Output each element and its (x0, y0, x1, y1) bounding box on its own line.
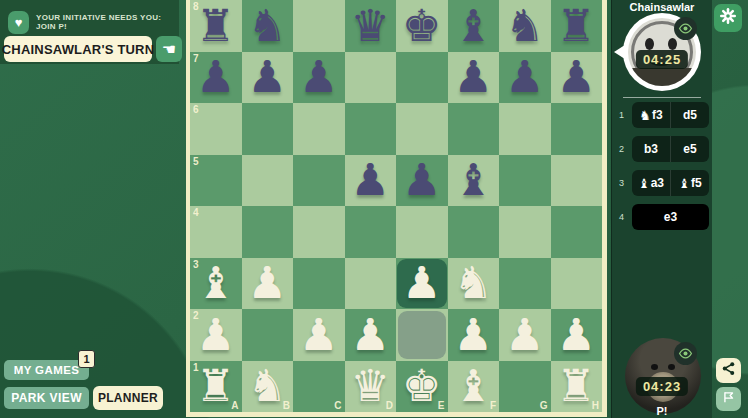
square-b7[interactable]: ♟ (242, 52, 294, 104)
square-h2[interactable]: ♟ (551, 309, 603, 361)
move-piece-icon: ♝ (638, 176, 650, 191)
black-pawn-piece: ♟ (248, 55, 287, 99)
move-list: 1♞f3d52b3e53♝a3♝f54e3 (619, 102, 709, 238)
move-black[interactable]: e5 (670, 136, 709, 162)
rank-label: 4 (193, 207, 199, 218)
share-icon (721, 361, 736, 380)
chess-board: 8♜♞♛♚♝♞♜7♟♟♟♟♟♟65♟♟♝43♝♟♟♞2♟♟♟♟♟♟1A♜B♞CD… (190, 0, 602, 412)
game-sidebar: Chainsawlar 04:25 1♞f3d52b3e53♝a3♝f54e3 (611, 0, 712, 418)
square-d5[interactable]: ♟ (345, 155, 397, 207)
black-bishop-piece: ♝ (454, 158, 493, 202)
black-pawn-piece: ♟ (402, 158, 441, 202)
settings-button[interactable] (714, 4, 742, 32)
square-b8[interactable]: ♞ (242, 0, 294, 52)
report-flag-button[interactable] (716, 387, 741, 411)
square-e8[interactable]: ♚ (396, 0, 448, 52)
bubble-tail (614, 43, 628, 61)
square-f5[interactable]: ♝ (448, 155, 500, 207)
white-knight-piece: ♞ (454, 261, 493, 305)
gear-icon (719, 7, 737, 29)
square-c4[interactable] (293, 206, 345, 258)
move-number: 3 (619, 178, 632, 188)
turn-indicator: CHAINSAWLAR'S TURN (4, 36, 152, 62)
move-white[interactable]: ♝a3 (632, 170, 670, 196)
pointing-hand-icon[interactable]: ☚ (156, 36, 182, 62)
square-c3[interactable] (293, 258, 345, 310)
move-box: b3e5 (632, 136, 709, 162)
move-black[interactable]: ♝f5 (670, 170, 709, 196)
black-pawn-piece: ♟ (505, 55, 544, 99)
white-pawn-piece: ♟ (196, 313, 235, 357)
white-rook-piece: ♜ (557, 364, 596, 408)
move-white[interactable]: ♞f3 (632, 102, 670, 128)
black-queen-piece: ♛ (351, 4, 390, 48)
square-f3[interactable]: ♞ (448, 258, 500, 310)
square-c6[interactable] (293, 103, 345, 155)
rank-label: 5 (193, 156, 199, 167)
square-e2[interactable] (396, 309, 448, 361)
opponent-avatar[interactable]: 04:25 (612, 13, 712, 99)
rank-label: 6 (193, 104, 199, 115)
black-king-piece: ♚ (402, 4, 441, 48)
square-g7[interactable]: ♟ (499, 52, 551, 104)
file-label: G (540, 400, 548, 411)
square-c8[interactable] (293, 0, 345, 52)
black-pawn-piece: ♟ (557, 55, 596, 99)
square-g3[interactable] (499, 258, 551, 310)
black-knight-piece: ♞ (505, 4, 544, 48)
square-h3[interactable] (551, 258, 603, 310)
square-a5[interactable]: 5 (190, 155, 242, 207)
square-c1[interactable]: C (293, 361, 345, 413)
file-label: C (334, 400, 341, 411)
square-b5[interactable] (242, 155, 294, 207)
move-row-3: 3♝a3♝f5 (619, 170, 709, 196)
black-bishop-piece: ♝ (454, 4, 493, 48)
square-e3[interactable]: ♟ (396, 258, 448, 310)
current-move-box: e3 (632, 204, 709, 230)
square-b4[interactable] (242, 206, 294, 258)
move-row-1: 1♞f3d5 (619, 102, 709, 128)
opponent-name: Chainsawlar (612, 1, 712, 13)
white-bishop-piece: ♝ (454, 364, 493, 408)
square-b3[interactable]: ♟ (242, 258, 294, 310)
square-b1[interactable]: B♞ (242, 361, 294, 413)
square-e7[interactable] (396, 52, 448, 104)
square-f6[interactable] (448, 103, 500, 155)
watch-eye-icon[interactable] (674, 342, 697, 365)
square-h5[interactable] (551, 155, 603, 207)
white-pawn-piece: ♟ (402, 261, 441, 305)
flag-icon (722, 390, 736, 408)
square-a4[interactable]: 4 (190, 206, 242, 258)
move-piece-icon: ♞ (639, 108, 651, 123)
square-d4[interactable] (345, 206, 397, 258)
move-row-4: 4e3 (619, 204, 709, 230)
square-e6[interactable] (396, 103, 448, 155)
square-e5[interactable]: ♟ (396, 155, 448, 207)
square-d8[interactable]: ♛ (345, 0, 397, 52)
square-h6[interactable] (551, 103, 603, 155)
my-games-button[interactable]: MY GAMES (4, 360, 89, 380)
white-king-piece: ♚ (402, 364, 441, 408)
black-pawn-piece: ♟ (299, 55, 338, 99)
heart-icon[interactable]: ♥ (8, 11, 29, 34)
move-white[interactable]: b3 (632, 136, 670, 162)
white-pawn-piece: ♟ (505, 313, 544, 357)
square-a1[interactable]: 1A♜ (190, 361, 242, 413)
square-c2[interactable]: ♟ (293, 309, 345, 361)
white-queen-piece: ♛ (351, 364, 390, 408)
square-a7[interactable]: 7♟ (190, 52, 242, 104)
move-box: ♝a3♝f5 (632, 170, 709, 196)
my-games-badge: 1 (78, 350, 95, 368)
square-h1[interactable]: H♜ (551, 361, 603, 413)
chess-app: 8♜♞♛♚♝♞♜7♟♟♟♟♟♟65♟♟♝43♝♟♟♞2♟♟♟♟♟♟1A♜B♞CD… (0, 0, 748, 418)
square-d2[interactable]: ♟ (345, 309, 397, 361)
move-piece-icon: ♝ (678, 176, 690, 191)
white-rook-piece: ♜ (196, 364, 235, 408)
square-d1[interactable]: D♛ (345, 361, 397, 413)
square-b2[interactable] (242, 309, 294, 361)
square-d3[interactable] (345, 258, 397, 310)
move-white[interactable]: e3 (632, 204, 709, 230)
black-rook-piece: ♜ (196, 4, 235, 48)
square-g6[interactable] (499, 103, 551, 155)
square-d7[interactable] (345, 52, 397, 104)
board-frame: 8♜♞♛♚♝♞♜7♟♟♟♟♟♟65♟♟♝43♝♟♟♞2♟♟♟♟♟♟1A♜B♞CD… (186, 0, 607, 417)
square-e1[interactable]: E♚ (396, 361, 448, 413)
banner-text: YOUR INITIATIVE NEEDS YOU: JOIN P! (36, 13, 176, 31)
white-pawn-piece: ♟ (248, 261, 287, 305)
sidebar-divider (623, 97, 701, 98)
square-f1[interactable]: F♝ (448, 361, 500, 413)
square-a3[interactable]: 3♝ (190, 258, 242, 310)
square-f7[interactable]: ♟ (448, 52, 500, 104)
square-h4[interactable] (551, 206, 603, 258)
black-pawn-piece: ♟ (196, 55, 235, 99)
black-rook-piece: ♜ (557, 4, 596, 48)
square-c5[interactable] (293, 155, 345, 207)
park-view-button[interactable]: PARK VIEW (4, 387, 89, 409)
square-a8[interactable]: 8♜ (190, 0, 242, 52)
white-pawn-piece: ♟ (299, 313, 338, 357)
square-g4[interactable] (499, 206, 551, 258)
square-c7[interactable]: ♟ (293, 52, 345, 104)
opponent-clock: 04:25 (636, 50, 688, 69)
square-f2[interactable]: ♟ (448, 309, 500, 361)
square-d6[interactable] (345, 103, 397, 155)
square-g8[interactable]: ♞ (499, 0, 551, 52)
move-number: 2 (619, 144, 632, 154)
white-pawn-piece: ♟ (351, 313, 390, 357)
square-f4[interactable] (448, 206, 500, 258)
player-clock: 04:23 (636, 377, 688, 396)
square-a6[interactable]: 6 (190, 103, 242, 155)
move-row-2: 2b3e5 (619, 136, 709, 162)
square-h7[interactable]: ♟ (551, 52, 603, 104)
last-move-from-highlight (398, 311, 446, 359)
planner-button[interactable]: PLANNER (93, 386, 163, 410)
square-e4[interactable] (396, 206, 448, 258)
square-h8[interactable]: ♜ (551, 0, 603, 52)
white-bishop-piece: ♝ (196, 261, 235, 305)
move-number: 4 (619, 212, 632, 222)
square-f8[interactable]: ♝ (448, 0, 500, 52)
white-pawn-piece: ♟ (557, 313, 596, 357)
white-knight-piece: ♞ (248, 364, 287, 408)
square-g5[interactable] (499, 155, 551, 207)
white-pawn-piece: ♟ (454, 313, 493, 357)
black-knight-piece: ♞ (248, 4, 287, 48)
player-name: P! (612, 405, 712, 417)
square-g1[interactable]: G (499, 361, 551, 413)
square-a2[interactable]: 2♟ (190, 309, 242, 361)
move-black[interactable]: d5 (670, 102, 709, 128)
black-pawn-piece: ♟ (351, 158, 390, 202)
watch-eye-icon[interactable] (674, 17, 697, 40)
share-button[interactable] (716, 358, 741, 383)
black-pawn-piece: ♟ (454, 55, 493, 99)
square-g2[interactable]: ♟ (499, 309, 551, 361)
move-number: 1 (619, 110, 632, 120)
move-box: ♞f3d5 (632, 102, 709, 128)
square-b6[interactable] (242, 103, 294, 155)
